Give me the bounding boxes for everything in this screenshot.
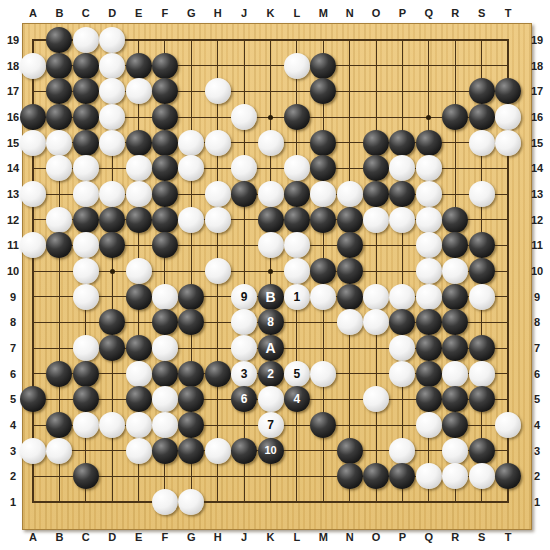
stone-black <box>469 104 495 130</box>
stone-white <box>258 386 284 412</box>
stone-white <box>258 232 284 258</box>
stone-black <box>310 53 336 79</box>
stone-white: 9 <box>231 284 257 310</box>
coord-label-column: E <box>135 7 142 19</box>
stone-black <box>469 232 495 258</box>
coord-label-row: 14 <box>7 162 19 174</box>
coord-label-column: D <box>108 7 116 19</box>
coord-label-row: 13 <box>7 188 19 200</box>
coord-label-row: 4 <box>10 419 16 431</box>
coord-label-column: A <box>29 531 37 543</box>
stone-white <box>389 438 415 464</box>
move-number-label: A <box>265 341 275 355</box>
stone-white <box>178 207 204 233</box>
stone-white <box>205 181 231 207</box>
stone-black <box>73 53 99 79</box>
stone-white <box>126 155 152 181</box>
stone-white <box>363 207 389 233</box>
coord-label-column: M <box>319 531 328 543</box>
stone-white <box>73 155 99 181</box>
stone-white <box>152 335 178 361</box>
grid-line-vertical <box>376 39 377 503</box>
coord-label-column: B <box>55 7 63 19</box>
coord-label-row: 11 <box>531 239 543 251</box>
stone-white <box>73 412 99 438</box>
stone-white <box>416 232 442 258</box>
stone-white <box>310 361 336 387</box>
stone-white <box>416 412 442 438</box>
stone-white <box>99 53 125 79</box>
coord-label-row: 1 <box>534 496 540 508</box>
stone-white <box>152 284 178 310</box>
stone-black <box>442 284 468 310</box>
coord-label-row: 3 <box>10 445 16 457</box>
coord-label-column: O <box>372 531 381 543</box>
stone-white: 7 <box>258 412 284 438</box>
stone-black <box>178 438 204 464</box>
stone-white <box>469 130 495 156</box>
coord-label-column: Q <box>425 531 434 543</box>
stone-white <box>152 489 178 515</box>
move-number-label: 4 <box>294 393 301 405</box>
grid-line-vertical <box>402 39 403 503</box>
coord-label-row: 10 <box>531 265 543 277</box>
move-number-label: 9 <box>241 291 248 303</box>
stone-black: B <box>258 284 284 310</box>
coord-label-column: O <box>372 7 381 19</box>
coord-label-row: 9 <box>10 291 16 303</box>
stone-white <box>469 181 495 207</box>
stone-white <box>205 207 231 233</box>
coord-label-row: 15 <box>531 137 543 149</box>
stone-white <box>310 284 336 310</box>
coord-label-column: L <box>294 7 301 19</box>
stone-white <box>284 258 310 284</box>
stone-white <box>205 130 231 156</box>
stone-black <box>231 438 257 464</box>
stone-black <box>337 463 363 489</box>
coord-label-column: N <box>346 7 354 19</box>
coord-label-row: 1 <box>10 496 16 508</box>
stone-black <box>310 130 336 156</box>
move-number-label: B <box>265 290 275 304</box>
coord-label-column: T <box>505 531 512 543</box>
stone-white <box>99 181 125 207</box>
coord-label-row: 13 <box>531 188 543 200</box>
stone-black <box>126 130 152 156</box>
stone-black <box>469 335 495 361</box>
stone-black <box>46 53 72 79</box>
stone-white <box>416 284 442 310</box>
coord-label-column: G <box>187 531 196 543</box>
stone-white <box>469 284 495 310</box>
stone-white <box>73 335 99 361</box>
stone-white <box>389 361 415 387</box>
coord-label-column: J <box>241 531 247 543</box>
stone-black <box>178 361 204 387</box>
stone-black <box>469 386 495 412</box>
coord-label-row: 17 <box>7 85 19 97</box>
stone-white <box>126 258 152 284</box>
stone-black <box>126 284 152 310</box>
stone-black <box>416 335 442 361</box>
stone-black <box>416 309 442 335</box>
stone-black <box>126 207 152 233</box>
stone-black <box>73 207 99 233</box>
stone-black <box>126 386 152 412</box>
stone-black <box>152 104 178 130</box>
stone-black <box>416 361 442 387</box>
stone-white <box>205 258 231 284</box>
star-point <box>268 269 273 274</box>
stone-white <box>73 27 99 53</box>
stone-black <box>73 78 99 104</box>
stone-black <box>99 335 125 361</box>
stone-black: 10 <box>258 438 284 464</box>
stone-black <box>284 181 310 207</box>
move-number-label: 1 <box>294 291 301 303</box>
stone-white <box>126 78 152 104</box>
star-point <box>110 269 115 274</box>
stone-white <box>416 258 442 284</box>
stone-black <box>99 207 125 233</box>
coord-label-row: 19 <box>7 34 19 46</box>
stone-white <box>442 361 468 387</box>
stone-white <box>416 207 442 233</box>
coord-label-row: 15 <box>7 137 19 149</box>
stone-black <box>284 207 310 233</box>
coord-label-column: J <box>241 7 247 19</box>
coord-label-row: 16 <box>531 111 543 123</box>
stone-white <box>73 284 99 310</box>
coord-label-column: S <box>478 7 485 19</box>
stone-white <box>495 130 521 156</box>
stone-black <box>152 181 178 207</box>
stone-black <box>469 438 495 464</box>
stone-black: 8 <box>258 309 284 335</box>
stone-black <box>416 386 442 412</box>
stone-white <box>20 53 46 79</box>
coord-label-row: 18 <box>531 60 543 72</box>
star-point <box>268 115 273 120</box>
coord-label-row: 7 <box>534 342 540 354</box>
stone-white: 1 <box>284 284 310 310</box>
stone-white <box>99 27 125 53</box>
coord-label-row: 11 <box>7 239 19 251</box>
coord-label-column: P <box>399 531 406 543</box>
coord-label-column: L <box>294 531 301 543</box>
coord-label-column: K <box>267 7 275 19</box>
stone-white: 5 <box>284 361 310 387</box>
stone-white <box>205 438 231 464</box>
stone-white <box>469 361 495 387</box>
stone-white <box>284 53 310 79</box>
stone-white: 3 <box>231 361 257 387</box>
coord-label-column: E <box>135 531 142 543</box>
stone-white <box>46 130 72 156</box>
coord-label-row: 5 <box>534 393 540 405</box>
coord-label-column: F <box>162 7 169 19</box>
stone-black <box>469 78 495 104</box>
coord-label-column: R <box>451 7 459 19</box>
move-number-label: 10 <box>264 445 276 456</box>
coord-label-column: T <box>505 7 512 19</box>
stone-black <box>73 463 99 489</box>
coord-label-column: Q <box>425 7 434 19</box>
stone-black <box>337 438 363 464</box>
stone-black <box>284 104 310 130</box>
stone-black <box>152 53 178 79</box>
stone-black <box>73 386 99 412</box>
stone-black <box>310 207 336 233</box>
move-number-label: 6 <box>241 393 248 405</box>
stone-white <box>231 104 257 130</box>
stone-white <box>73 258 99 284</box>
stone-white <box>469 463 495 489</box>
coord-label-row: 18 <box>7 60 19 72</box>
stone-white <box>442 438 468 464</box>
stone-white <box>495 104 521 130</box>
coord-label-row: 12 <box>531 214 543 226</box>
stone-black <box>337 284 363 310</box>
stone-white <box>337 181 363 207</box>
coord-label-row: 16 <box>7 111 19 123</box>
stone-black <box>152 438 178 464</box>
stone-white <box>73 181 99 207</box>
stone-white <box>126 181 152 207</box>
stone-black <box>337 232 363 258</box>
coord-label-column: D <box>108 531 116 543</box>
stone-black <box>363 130 389 156</box>
coord-label-row: 14 <box>531 162 543 174</box>
stone-white <box>99 130 125 156</box>
coord-label-row: 8 <box>534 316 540 328</box>
stone-black <box>152 207 178 233</box>
coord-label-column: C <box>82 7 90 19</box>
stone-black: A <box>258 335 284 361</box>
stone-black <box>46 361 72 387</box>
stone-white <box>126 361 152 387</box>
move-number-label: 3 <box>241 368 248 380</box>
coord-label-row: 2 <box>10 470 16 482</box>
grid-line-horizontal <box>32 501 509 503</box>
move-number-label: 8 <box>267 316 274 328</box>
move-number-label: 5 <box>294 368 301 380</box>
stone-white <box>46 438 72 464</box>
stone-black <box>416 130 442 156</box>
stone-black <box>469 258 495 284</box>
stone-white <box>20 130 46 156</box>
coord-label-column: H <box>214 531 222 543</box>
coord-label-row: 10 <box>7 265 19 277</box>
coord-label-column: P <box>399 7 406 19</box>
coord-label-column: S <box>478 531 485 543</box>
coord-label-column: F <box>162 531 169 543</box>
stone-white <box>205 78 231 104</box>
stone-white <box>416 155 442 181</box>
stone-black <box>73 361 99 387</box>
stone-white <box>20 438 46 464</box>
coord-label-row: 9 <box>534 291 540 303</box>
stone-white <box>126 438 152 464</box>
stone-white <box>416 181 442 207</box>
coord-label-row: 5 <box>10 393 16 405</box>
stone-white <box>337 309 363 335</box>
stone-white <box>363 284 389 310</box>
coord-label-row: 4 <box>534 419 540 431</box>
stone-black: 2 <box>258 361 284 387</box>
stone-black <box>152 361 178 387</box>
coord-label-row: 12 <box>7 214 19 226</box>
stone-black <box>389 130 415 156</box>
coord-label-column: C <box>82 531 90 543</box>
stone-black <box>231 181 257 207</box>
stone-black <box>178 284 204 310</box>
stone-white <box>231 335 257 361</box>
go-game-diagram: 9B18A32564710 AABBCCDDEEFFGGHHJJKKLLMMNN… <box>0 0 550 550</box>
coord-label-row: 2 <box>534 470 540 482</box>
stone-black <box>442 207 468 233</box>
stone-black <box>73 130 99 156</box>
coord-label-column: A <box>29 7 37 19</box>
coord-label-row: 8 <box>10 316 16 328</box>
coord-label-column: B <box>55 531 63 543</box>
coord-label-row: 17 <box>531 85 543 97</box>
stone-black <box>126 335 152 361</box>
coord-label-column: H <box>214 7 222 19</box>
stone-white <box>152 412 178 438</box>
coord-label-row: 6 <box>534 368 540 380</box>
coord-label-row: 3 <box>534 445 540 457</box>
stone-black <box>363 181 389 207</box>
stone-black <box>258 207 284 233</box>
coord-label-column: N <box>346 531 354 543</box>
stone-white <box>258 130 284 156</box>
stone-white <box>258 181 284 207</box>
coord-label-column: K <box>267 531 275 543</box>
stone-white <box>178 130 204 156</box>
stone-white <box>416 463 442 489</box>
stone-black <box>20 104 46 130</box>
stone-black <box>337 207 363 233</box>
stone-white <box>99 412 125 438</box>
stone-white <box>389 207 415 233</box>
coord-label-column: G <box>187 7 196 19</box>
stone-black <box>205 361 231 387</box>
move-number-label: 7 <box>267 419 274 431</box>
stone-white <box>20 181 46 207</box>
coord-label-column: M <box>319 7 328 19</box>
stone-white <box>99 104 125 130</box>
stone-black <box>337 258 363 284</box>
coord-label-column: R <box>451 531 459 543</box>
coord-label-row: 6 <box>10 368 16 380</box>
stone-black <box>152 130 178 156</box>
stone-white <box>389 284 415 310</box>
stone-black <box>73 104 99 130</box>
coord-label-row: 7 <box>10 342 16 354</box>
star-point <box>426 115 431 120</box>
stone-white <box>73 232 99 258</box>
coord-label-row: 19 <box>531 34 543 46</box>
stone-white <box>126 412 152 438</box>
stone-white <box>495 412 521 438</box>
move-number-label: 2 <box>267 368 274 380</box>
stone-white <box>46 207 72 233</box>
stone-black <box>126 53 152 79</box>
